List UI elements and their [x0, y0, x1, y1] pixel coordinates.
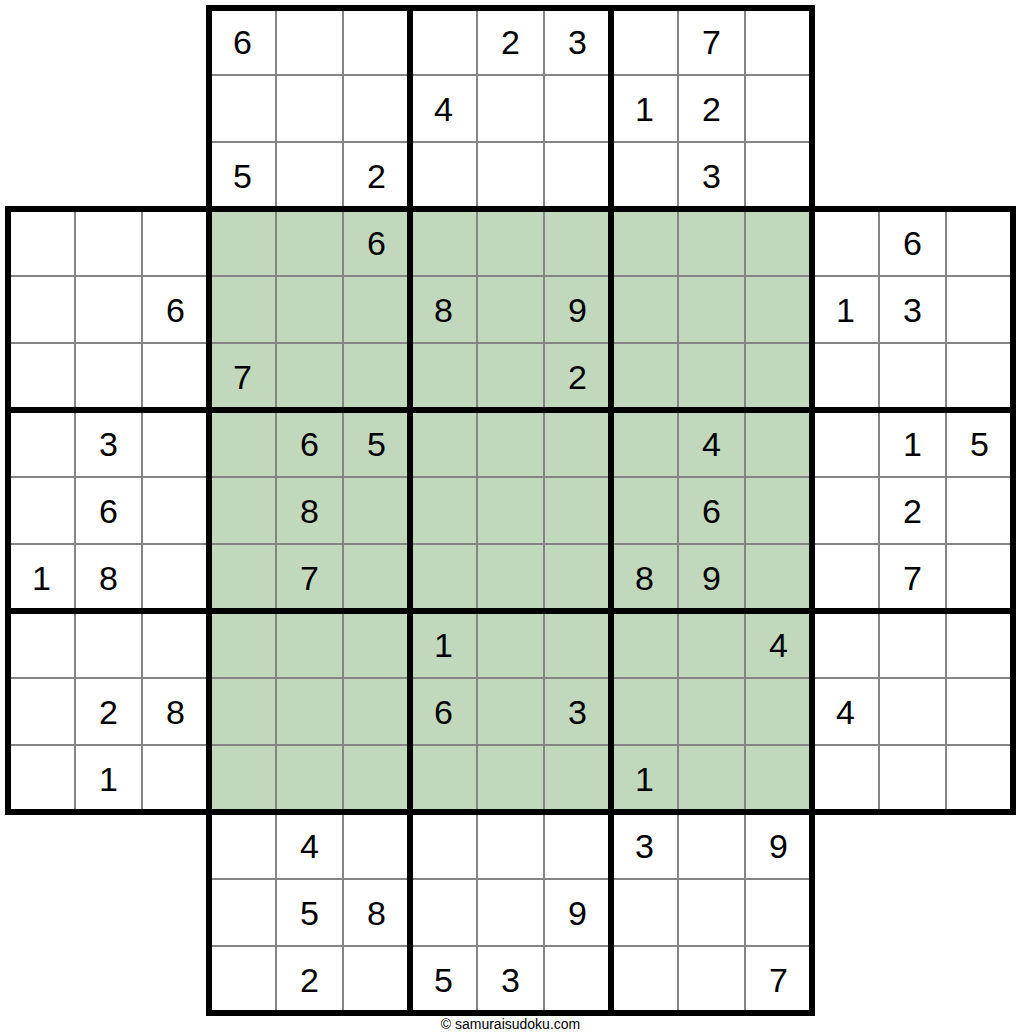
grid-line-thin — [342, 8, 344, 1013]
cell-r5c6[interactable] — [343, 276, 410, 343]
cell-r10c5[interactable] — [276, 611, 343, 678]
cell-r6c15[interactable] — [946, 343, 1013, 410]
cell-r15c6[interactable] — [343, 946, 410, 1013]
cell-r3c9[interactable] — [544, 142, 611, 209]
cell-r7c4[interactable] — [209, 410, 276, 477]
cell-r1c11: 7 — [678, 8, 745, 75]
cell-r7c11: 4 — [678, 410, 745, 477]
cell-r12c10: 1 — [611, 745, 678, 812]
cell-r4c15[interactable] — [946, 209, 1013, 276]
cell-r5c5[interactable] — [276, 276, 343, 343]
cell-r9c14: 7 — [879, 544, 946, 611]
cell-r12c15[interactable] — [946, 745, 1013, 812]
cell-r14c11[interactable] — [678, 879, 745, 946]
grid-line-bold — [1010, 206, 1016, 815]
sudoku-board: 6237412523666891372365415686218789714286… — [0, 0, 1025, 1017]
cell-r15c12: 7 — [745, 946, 812, 1013]
cell-r12c8[interactable] — [477, 745, 544, 812]
cell-r6c4: 7 — [209, 343, 276, 410]
cell-r11c11[interactable] — [678, 678, 745, 745]
cell-r12c4[interactable] — [209, 745, 276, 812]
grid-line-bold — [5, 206, 11, 815]
cell-r4c13[interactable] — [812, 209, 879, 276]
cell-r9c5: 7 — [276, 544, 343, 611]
cell-r3c6: 2 — [343, 142, 410, 209]
cell-r15c7: 5 — [410, 946, 477, 1013]
cell-r13c7[interactable] — [410, 812, 477, 879]
grid-line-thin — [8, 677, 1013, 679]
cell-r10c2[interactable] — [75, 611, 142, 678]
cell-r7c8[interactable] — [477, 410, 544, 477]
cell-r7c2: 3 — [75, 410, 142, 477]
cell-r7c3[interactable] — [142, 410, 209, 477]
cell-r15c4[interactable] — [209, 946, 276, 1013]
cell-r4c12[interactable] — [745, 209, 812, 276]
cell-r3c12[interactable] — [745, 142, 812, 209]
grid-line-thin — [8, 342, 1013, 344]
cell-r14c8[interactable] — [477, 879, 544, 946]
cell-r11c10[interactable] — [611, 678, 678, 745]
cell-r2c12[interactable] — [745, 75, 812, 142]
cell-r14c7[interactable] — [410, 879, 477, 946]
cell-r15c11[interactable] — [678, 946, 745, 1013]
cell-r8c2: 6 — [75, 477, 142, 544]
cell-r6c10[interactable] — [611, 343, 678, 410]
cell-r5c4[interactable] — [209, 276, 276, 343]
cell-r11c3: 8 — [142, 678, 209, 745]
cell-r4c1[interactable] — [8, 209, 75, 276]
grid-line-thin — [8, 744, 1013, 746]
cell-r4c2[interactable] — [75, 209, 142, 276]
cell-r6c11[interactable] — [678, 343, 745, 410]
cell-r6c9: 2 — [544, 343, 611, 410]
cell-r14c9: 9 — [544, 879, 611, 946]
cell-r13c9[interactable] — [544, 812, 611, 879]
cell-r5c2[interactable] — [75, 276, 142, 343]
cell-r11c12[interactable] — [745, 678, 812, 745]
grid-line-bold — [5, 809, 1016, 815]
cell-r8c13[interactable] — [812, 477, 879, 544]
cell-r15c8: 3 — [477, 946, 544, 1013]
cell-r9c15[interactable] — [946, 544, 1013, 611]
cell-r6c6[interactable] — [343, 343, 410, 410]
cell-r8c5: 8 — [276, 477, 343, 544]
cell-r10c1[interactable] — [8, 611, 75, 678]
cell-r10c10[interactable] — [611, 611, 678, 678]
cell-r10c9[interactable] — [544, 611, 611, 678]
cell-r3c10[interactable] — [611, 142, 678, 209]
cell-r9c10: 8 — [611, 544, 678, 611]
cell-r1c10[interactable] — [611, 8, 678, 75]
cell-r5c15[interactable] — [946, 276, 1013, 343]
cell-r9c2: 8 — [75, 544, 142, 611]
grid-line-thin — [878, 209, 880, 812]
cell-r7c6: 5 — [343, 410, 410, 477]
cell-r4c5[interactable] — [276, 209, 343, 276]
cell-r13c10: 3 — [611, 812, 678, 879]
cell-r15c5: 2 — [276, 946, 343, 1013]
grid-line-bold — [809, 5, 815, 1016]
cell-r3c11: 3 — [678, 142, 745, 209]
cell-r10c13[interactable] — [812, 611, 879, 678]
cell-r13c8[interactable] — [477, 812, 544, 879]
cell-r12c14[interactable] — [879, 745, 946, 812]
cell-r7c14: 1 — [879, 410, 946, 477]
cell-r12c6[interactable] — [343, 745, 410, 812]
cell-r14c4[interactable] — [209, 879, 276, 946]
cell-r15c10[interactable] — [611, 946, 678, 1013]
cell-r9c8[interactable] — [477, 544, 544, 611]
cell-r8c11: 6 — [678, 477, 745, 544]
cell-r13c6[interactable] — [343, 812, 410, 879]
cell-r12c11[interactable] — [678, 745, 745, 812]
cell-r8c15[interactable] — [946, 477, 1013, 544]
grid-line-thin — [209, 945, 812, 947]
cell-r8c4[interactable] — [209, 477, 276, 544]
cell-r3c4: 5 — [209, 142, 276, 209]
cell-r6c7[interactable] — [410, 343, 477, 410]
cell-r7c12[interactable] — [745, 410, 812, 477]
cell-r5c10[interactable] — [611, 276, 678, 343]
cell-r2c10: 1 — [611, 75, 678, 142]
cell-r8c10[interactable] — [611, 477, 678, 544]
cell-r5c3: 6 — [142, 276, 209, 343]
cell-r8c14: 2 — [879, 477, 946, 544]
cell-r11c1[interactable] — [8, 678, 75, 745]
cell-r5c11[interactable] — [678, 276, 745, 343]
grid-line-bold — [608, 5, 614, 1016]
cell-r2c6[interactable] — [343, 75, 410, 142]
cell-r9c3[interactable] — [142, 544, 209, 611]
grid-line-thin — [74, 209, 76, 812]
cell-r12c13[interactable] — [812, 745, 879, 812]
grid-line-thin — [476, 8, 478, 1013]
cell-r10c8[interactable] — [477, 611, 544, 678]
cell-r2c4[interactable] — [209, 75, 276, 142]
cell-r4c4[interactable] — [209, 209, 276, 276]
cell-r10c15[interactable] — [946, 611, 1013, 678]
cell-r10c6[interactable] — [343, 611, 410, 678]
cell-r3c8[interactable] — [477, 142, 544, 209]
cell-r2c8[interactable] — [477, 75, 544, 142]
cell-r11c5[interactable] — [276, 678, 343, 745]
cell-r9c1: 1 — [8, 544, 75, 611]
cell-r3c7[interactable] — [410, 142, 477, 209]
grid-line-bold — [5, 206, 1016, 212]
grid-line-thin — [8, 275, 1013, 277]
cell-r8c7[interactable] — [410, 477, 477, 544]
cell-r10c14[interactable] — [879, 611, 946, 678]
cell-r9c6[interactable] — [343, 544, 410, 611]
cell-r11c13: 4 — [812, 678, 879, 745]
cell-r14c10[interactable] — [611, 879, 678, 946]
cell-r9c4[interactable] — [209, 544, 276, 611]
grid-line-thin — [677, 8, 679, 1013]
cell-r5c13: 1 — [812, 276, 879, 343]
grid-line-thin — [945, 209, 947, 812]
cell-r10c12: 4 — [745, 611, 812, 678]
cell-r11c6[interactable] — [343, 678, 410, 745]
grid-line-bold — [5, 608, 1016, 614]
cell-r10c4[interactable] — [209, 611, 276, 678]
cell-r8c8[interactable] — [477, 477, 544, 544]
grid-line-thin — [209, 141, 812, 143]
grid-line-thin — [209, 878, 812, 880]
cell-r6c12[interactable] — [745, 343, 812, 410]
grid-line-thin — [744, 8, 746, 1013]
cell-r14c12[interactable] — [745, 879, 812, 946]
cell-r1c4: 6 — [209, 8, 276, 75]
cell-r13c4[interactable] — [209, 812, 276, 879]
cell-r4c10[interactable] — [611, 209, 678, 276]
cell-r7c15: 5 — [946, 410, 1013, 477]
grid-line-thin — [141, 209, 143, 812]
cell-r13c11[interactable] — [678, 812, 745, 879]
cell-r13c5: 4 — [276, 812, 343, 879]
copyright: © samuraisudoku.com — [8, 1016, 1013, 1032]
cell-r4c8[interactable] — [477, 209, 544, 276]
cell-r11c2: 2 — [75, 678, 142, 745]
cell-r13c12: 9 — [745, 812, 812, 879]
cell-r7c1[interactable] — [8, 410, 75, 477]
cell-r5c9: 9 — [544, 276, 611, 343]
cell-r2c9[interactable] — [544, 75, 611, 142]
cell-r3c5[interactable] — [276, 142, 343, 209]
cell-r4c7[interactable] — [410, 209, 477, 276]
grid-line-bold — [206, 1010, 815, 1016]
cell-r7c9[interactable] — [544, 410, 611, 477]
cell-r12c7[interactable] — [410, 745, 477, 812]
cell-r9c12[interactable] — [745, 544, 812, 611]
cell-r9c11: 9 — [678, 544, 745, 611]
cell-r14c6: 8 — [343, 879, 410, 946]
cell-r5c14: 3 — [879, 276, 946, 343]
cell-r9c9[interactable] — [544, 544, 611, 611]
cell-r7c5: 6 — [276, 410, 343, 477]
cell-r8c12[interactable] — [745, 477, 812, 544]
cell-r11c7: 6 — [410, 678, 477, 745]
cell-r8c9[interactable] — [544, 477, 611, 544]
cell-r12c12[interactable] — [745, 745, 812, 812]
cell-r6c13[interactable] — [812, 343, 879, 410]
cell-r8c6[interactable] — [343, 477, 410, 544]
cell-r12c2: 1 — [75, 745, 142, 812]
cell-r1c8: 2 — [477, 8, 544, 75]
page: 6237412523666891372365415686218789714286… — [0, 0, 1025, 1035]
cell-r8c3[interactable] — [142, 477, 209, 544]
cell-r1c5[interactable] — [276, 8, 343, 75]
cell-r6c14[interactable] — [879, 343, 946, 410]
cell-r12c5[interactable] — [276, 745, 343, 812]
cell-r1c12[interactable] — [745, 8, 812, 75]
cell-r6c5[interactable] — [276, 343, 343, 410]
cell-r9c7[interactable] — [410, 544, 477, 611]
cell-r4c6: 6 — [343, 209, 410, 276]
cell-r12c1[interactable] — [8, 745, 75, 812]
grid-line-thin — [8, 543, 1013, 545]
grid-line-bold — [5, 407, 1016, 413]
cell-r1c6[interactable] — [343, 8, 410, 75]
cell-r11c4[interactable] — [209, 678, 276, 745]
cell-r2c5[interactable] — [276, 75, 343, 142]
cell-r1c9: 3 — [544, 8, 611, 75]
cell-r2c11: 2 — [678, 75, 745, 142]
cell-r10c7: 1 — [410, 611, 477, 678]
grid-line-thin — [8, 476, 1013, 478]
cell-r5c7: 8 — [410, 276, 477, 343]
cell-r5c8[interactable] — [477, 276, 544, 343]
grid-line-thin — [209, 74, 812, 76]
cell-r5c12[interactable] — [745, 276, 812, 343]
cell-r15c9[interactable] — [544, 946, 611, 1013]
grid-line-thin — [275, 8, 277, 1013]
grid-line-thin — [543, 8, 545, 1013]
cell-r11c14[interactable] — [879, 678, 946, 745]
cell-r6c2[interactable] — [75, 343, 142, 410]
cell-r2c7: 4 — [410, 75, 477, 142]
cell-r5c1[interactable] — [8, 276, 75, 343]
grid-line-bold — [206, 5, 212, 1016]
cell-r6c8[interactable] — [477, 343, 544, 410]
cell-r11c9: 3 — [544, 678, 611, 745]
cell-r12c3[interactable] — [142, 745, 209, 812]
cell-r7c7[interactable] — [410, 410, 477, 477]
cell-r4c9[interactable] — [544, 209, 611, 276]
cell-r11c8[interactable] — [477, 678, 544, 745]
cell-r1c7[interactable] — [410, 8, 477, 75]
cell-r6c3[interactable] — [142, 343, 209, 410]
cell-r7c13[interactable] — [812, 410, 879, 477]
cell-r14c5: 5 — [276, 879, 343, 946]
grid-line-bold — [407, 5, 413, 1016]
cell-r4c14: 6 — [879, 209, 946, 276]
cell-r6c1[interactable] — [8, 343, 75, 410]
cell-r8c1[interactable] — [8, 477, 75, 544]
cell-r9c13[interactable] — [812, 544, 879, 611]
cell-r12c9[interactable] — [544, 745, 611, 812]
cell-r10c11[interactable] — [678, 611, 745, 678]
grid-line-bold — [206, 5, 815, 11]
cell-r10c3[interactable] — [142, 611, 209, 678]
cell-r4c11[interactable] — [678, 209, 745, 276]
cell-r11c15[interactable] — [946, 678, 1013, 745]
cell-r4c3[interactable] — [142, 209, 209, 276]
cell-r7c10[interactable] — [611, 410, 678, 477]
